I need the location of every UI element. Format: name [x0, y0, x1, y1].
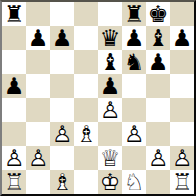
- piece-white-pawn: ♟♙: [26, 146, 50, 170]
- square-c2[interactable]: [50, 146, 74, 170]
- piece-white-bishop: ♝♗: [74, 122, 98, 146]
- square-c3[interactable]: ♟♙: [50, 122, 74, 146]
- piece-black-queen: ♛: [98, 26, 122, 50]
- black-bishop-glyph: ♝: [98, 50, 122, 74]
- square-b5[interactable]: [26, 74, 50, 98]
- square-g2[interactable]: ♟♙: [146, 146, 170, 170]
- piece-white-bishop: ♝♗: [50, 170, 74, 194]
- white-bishop-glyph: ♗: [74, 122, 98, 146]
- piece-black-knight: ♞: [122, 50, 146, 74]
- square-f2[interactable]: [122, 146, 146, 170]
- black-rook-glyph: ♜: [2, 2, 26, 26]
- piece-black-pawn: ♟: [122, 26, 146, 50]
- square-d6[interactable]: [74, 50, 98, 74]
- white-rook-glyph: ♖: [2, 170, 26, 194]
- square-b6[interactable]: [26, 50, 50, 74]
- square-f7[interactable]: ♟: [122, 26, 146, 50]
- white-bishop-glyph: ♗: [50, 170, 74, 194]
- square-e5[interactable]: ♟: [98, 74, 122, 98]
- square-a2[interactable]: ♟♙: [2, 146, 26, 170]
- piece-white-king: ♚♔: [98, 170, 122, 194]
- square-b2[interactable]: ♟♙: [26, 146, 50, 170]
- black-pawn-glyph: ♟: [122, 26, 146, 50]
- piece-black-pawn: ♟: [2, 74, 26, 98]
- square-h5[interactable]: [170, 74, 194, 98]
- piece-black-pawn: ♟: [146, 50, 170, 74]
- square-c4[interactable]: [50, 98, 74, 122]
- piece-black-king: ♚: [146, 2, 170, 26]
- square-c6[interactable]: [50, 50, 74, 74]
- piece-white-pawn: ♟♙: [122, 122, 146, 146]
- square-g6[interactable]: ♟: [146, 50, 170, 74]
- white-pawn-glyph: ♙: [170, 146, 194, 170]
- square-e8[interactable]: [98, 2, 122, 26]
- square-c1[interactable]: ♝♗: [50, 170, 74, 194]
- piece-black-rook: ♜: [122, 2, 146, 26]
- square-f4[interactable]: [122, 98, 146, 122]
- square-d8[interactable]: [74, 2, 98, 26]
- square-h8[interactable]: [170, 2, 194, 26]
- piece-white-knight: ♞♘: [122, 170, 146, 194]
- square-e6[interactable]: ♝: [98, 50, 122, 74]
- square-d2[interactable]: [74, 146, 98, 170]
- square-a4[interactable]: [2, 98, 26, 122]
- square-h7[interactable]: ♟: [170, 26, 194, 50]
- square-g4[interactable]: [146, 98, 170, 122]
- square-b8[interactable]: [26, 2, 50, 26]
- square-h6[interactable]: [170, 50, 194, 74]
- white-king-glyph: ♔: [98, 170, 122, 194]
- square-a7[interactable]: [2, 26, 26, 50]
- square-b7[interactable]: ♟: [26, 26, 50, 50]
- square-f1[interactable]: ♞♘: [122, 170, 146, 194]
- square-b3[interactable]: [26, 122, 50, 146]
- black-pawn-glyph: ♟: [170, 26, 194, 50]
- square-c7[interactable]: ♟: [50, 26, 74, 50]
- chess-board: ♜♜♚♟♟♛♟♝♟♝♞♟♟♟♟♙♟♙♝♗♟♙♟♙♟♙♛♕♟♙♟♙♜♖♝♗♚♔♞♘…: [0, 0, 196, 196]
- piece-white-pawn: ♟♙: [146, 146, 170, 170]
- square-g7[interactable]: ♝: [146, 26, 170, 50]
- black-pawn-glyph: ♟: [50, 26, 74, 50]
- square-c8[interactable]: [50, 2, 74, 26]
- square-e7[interactable]: ♛: [98, 26, 122, 50]
- piece-black-pawn: ♟: [170, 26, 194, 50]
- square-g5[interactable]: [146, 74, 170, 98]
- square-a6[interactable]: [2, 50, 26, 74]
- square-f3[interactable]: ♟♙: [122, 122, 146, 146]
- white-pawn-glyph: ♙: [98, 98, 122, 122]
- black-pawn-glyph: ♟: [2, 74, 26, 98]
- white-pawn-glyph: ♙: [26, 146, 50, 170]
- square-a8[interactable]: ♜: [2, 2, 26, 26]
- white-queen-glyph: ♕: [98, 146, 122, 170]
- black-rook-glyph: ♜: [122, 2, 146, 26]
- piece-white-pawn: ♟♙: [2, 146, 26, 170]
- square-b4[interactable]: [26, 98, 50, 122]
- black-pawn-glyph: ♟: [98, 74, 122, 98]
- black-knight-glyph: ♞: [122, 50, 146, 74]
- piece-black-pawn: ♟: [50, 26, 74, 50]
- black-king-glyph: ♚: [146, 2, 170, 26]
- square-e2[interactable]: ♛♕: [98, 146, 122, 170]
- piece-white-rook: ♜♖: [2, 170, 26, 194]
- piece-white-queen: ♛♕: [98, 146, 122, 170]
- piece-black-bishop: ♝: [98, 50, 122, 74]
- square-d3[interactable]: ♝♗: [74, 122, 98, 146]
- piece-black-pawn: ♟: [98, 74, 122, 98]
- square-e4[interactable]: ♟♙: [98, 98, 122, 122]
- chess-board-container: ♜♜♚♟♟♛♟♝♟♝♞♟♟♟♟♙♟♙♝♗♟♙♟♙♟♙♛♕♟♙♟♙♜♖♝♗♚♔♞♘…: [0, 0, 196, 196]
- square-e3[interactable]: [98, 122, 122, 146]
- square-h1[interactable]: ♜♖: [170, 170, 194, 194]
- black-bishop-glyph: ♝: [146, 26, 170, 50]
- square-h2[interactable]: ♟♙: [170, 146, 194, 170]
- white-pawn-glyph: ♙: [50, 122, 74, 146]
- square-d4[interactable]: [74, 98, 98, 122]
- white-pawn-glyph: ♙: [2, 146, 26, 170]
- white-rook-glyph: ♖: [170, 170, 194, 194]
- square-d5[interactable]: [74, 74, 98, 98]
- piece-black-bishop: ♝: [146, 26, 170, 50]
- square-a5[interactable]: ♟: [2, 74, 26, 98]
- square-d1[interactable]: [74, 170, 98, 194]
- square-g3[interactable]: [146, 122, 170, 146]
- square-d7[interactable]: [74, 26, 98, 50]
- square-a1[interactable]: ♜♖: [2, 170, 26, 194]
- square-f8[interactable]: ♜: [122, 2, 146, 26]
- black-queen-glyph: ♛: [98, 26, 122, 50]
- piece-white-pawn: ♟♙: [50, 122, 74, 146]
- piece-white-pawn: ♟♙: [98, 98, 122, 122]
- square-h3[interactable]: [170, 122, 194, 146]
- piece-white-pawn: ♟♙: [170, 146, 194, 170]
- square-c5[interactable]: [50, 74, 74, 98]
- piece-white-rook: ♜♖: [170, 170, 194, 194]
- square-f6[interactable]: ♞: [122, 50, 146, 74]
- white-pawn-glyph: ♙: [122, 122, 146, 146]
- piece-black-rook: ♜: [2, 2, 26, 26]
- square-e1[interactable]: ♚♔: [98, 170, 122, 194]
- square-g8[interactable]: ♚: [146, 2, 170, 26]
- black-pawn-glyph: ♟: [26, 26, 50, 50]
- square-f5[interactable]: [122, 74, 146, 98]
- square-h4[interactable]: [170, 98, 194, 122]
- black-pawn-glyph: ♟: [146, 50, 170, 74]
- square-b1[interactable]: [26, 170, 50, 194]
- square-a3[interactable]: [2, 122, 26, 146]
- square-g1[interactable]: [146, 170, 170, 194]
- white-pawn-glyph: ♙: [146, 146, 170, 170]
- piece-black-pawn: ♟: [26, 26, 50, 50]
- white-knight-glyph: ♘: [122, 170, 146, 194]
